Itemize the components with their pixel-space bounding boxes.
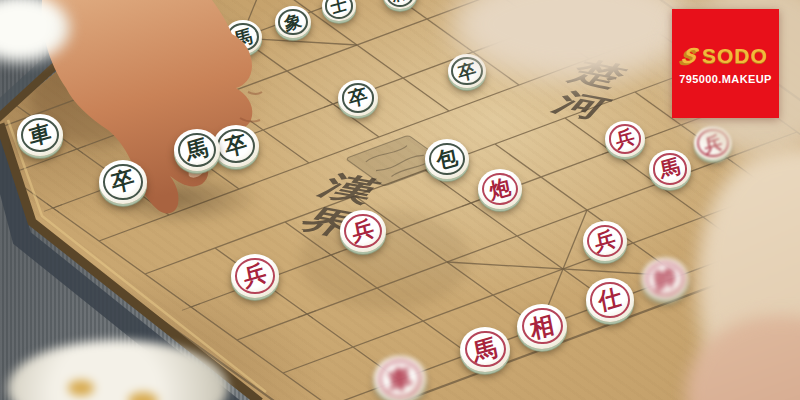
piece-character: 卒	[96, 154, 150, 210]
piece-red-兵[interactable]: 兵	[583, 221, 627, 261]
piece-black-士[interactable]: 士	[322, 0, 356, 21]
sodo-logo-icon: S	[679, 43, 702, 69]
piece-red-仕[interactable]: 仕	[586, 278, 634, 321]
piece-black-馬[interactable]: 馬	[224, 20, 262, 54]
piece-red-兵[interactable]: 兵	[231, 254, 279, 297]
piece-black-將[interactable]: 將	[383, 0, 417, 9]
sodo-logo[interactable]: S SODO 795000.MAKEUP	[672, 9, 779, 118]
piece-red-馬[interactable]: 馬	[649, 150, 691, 188]
piece-character: 兵	[337, 204, 389, 257]
piece-character: 卒	[335, 75, 380, 121]
piece-character: 馬	[171, 123, 223, 176]
piece-black-卒[interactable]: 卒	[338, 80, 378, 116]
piece-red-車[interactable]: 車	[374, 356, 426, 400]
piece-black-包[interactable]: 包	[425, 139, 469, 179]
piece-black-卒[interactable]: 卒	[99, 160, 147, 203]
piece-character: 兵	[602, 116, 647, 162]
piece-character: 兵	[580, 215, 630, 266]
piece-character: 馬	[221, 15, 264, 59]
sodo-logo-subtitle: 795000.MAKEUP	[679, 73, 772, 85]
piece-red-炮[interactable]: 炮	[478, 169, 522, 209]
piece-black-象[interactable]: 象	[275, 6, 311, 38]
piece-red-馬[interactable]: 馬	[460, 327, 510, 372]
piece-character: 車	[14, 108, 66, 161]
piece-red-帥[interactable]: 帥	[642, 258, 688, 299]
xiangqi-photo-scene: 楚 河 漢 界 將士象馬卒卒砲車兵兵卒馬包馬卒炮兵兵兵帥仕相馬車	[0, 0, 800, 400]
piece-character: 仕	[583, 272, 637, 328]
piece-character: 車	[371, 349, 430, 400]
piece-character: 象	[273, 1, 314, 43]
piece-character: 炮	[475, 163, 525, 214]
piece-black-馬[interactable]: 馬	[174, 129, 220, 170]
piece-red-相[interactable]: 相	[517, 304, 567, 349]
piece-character: 帥	[639, 252, 691, 305]
piece-character: 馬	[457, 320, 514, 378]
piece-character: 相	[514, 297, 571, 355]
piece-black-車[interactable]: 車	[17, 114, 63, 155]
piece-character: 兵	[228, 248, 282, 304]
piece-character: 馬	[646, 145, 694, 194]
sodo-logo-brand: SODO	[702, 44, 768, 68]
piece-red-兵[interactable]: 兵	[340, 210, 386, 251]
piece-character: 包	[422, 133, 472, 184]
snack-bits	[68, 380, 94, 396]
piece-red-兵[interactable]: 兵	[605, 121, 645, 157]
snack-bits	[128, 392, 158, 400]
